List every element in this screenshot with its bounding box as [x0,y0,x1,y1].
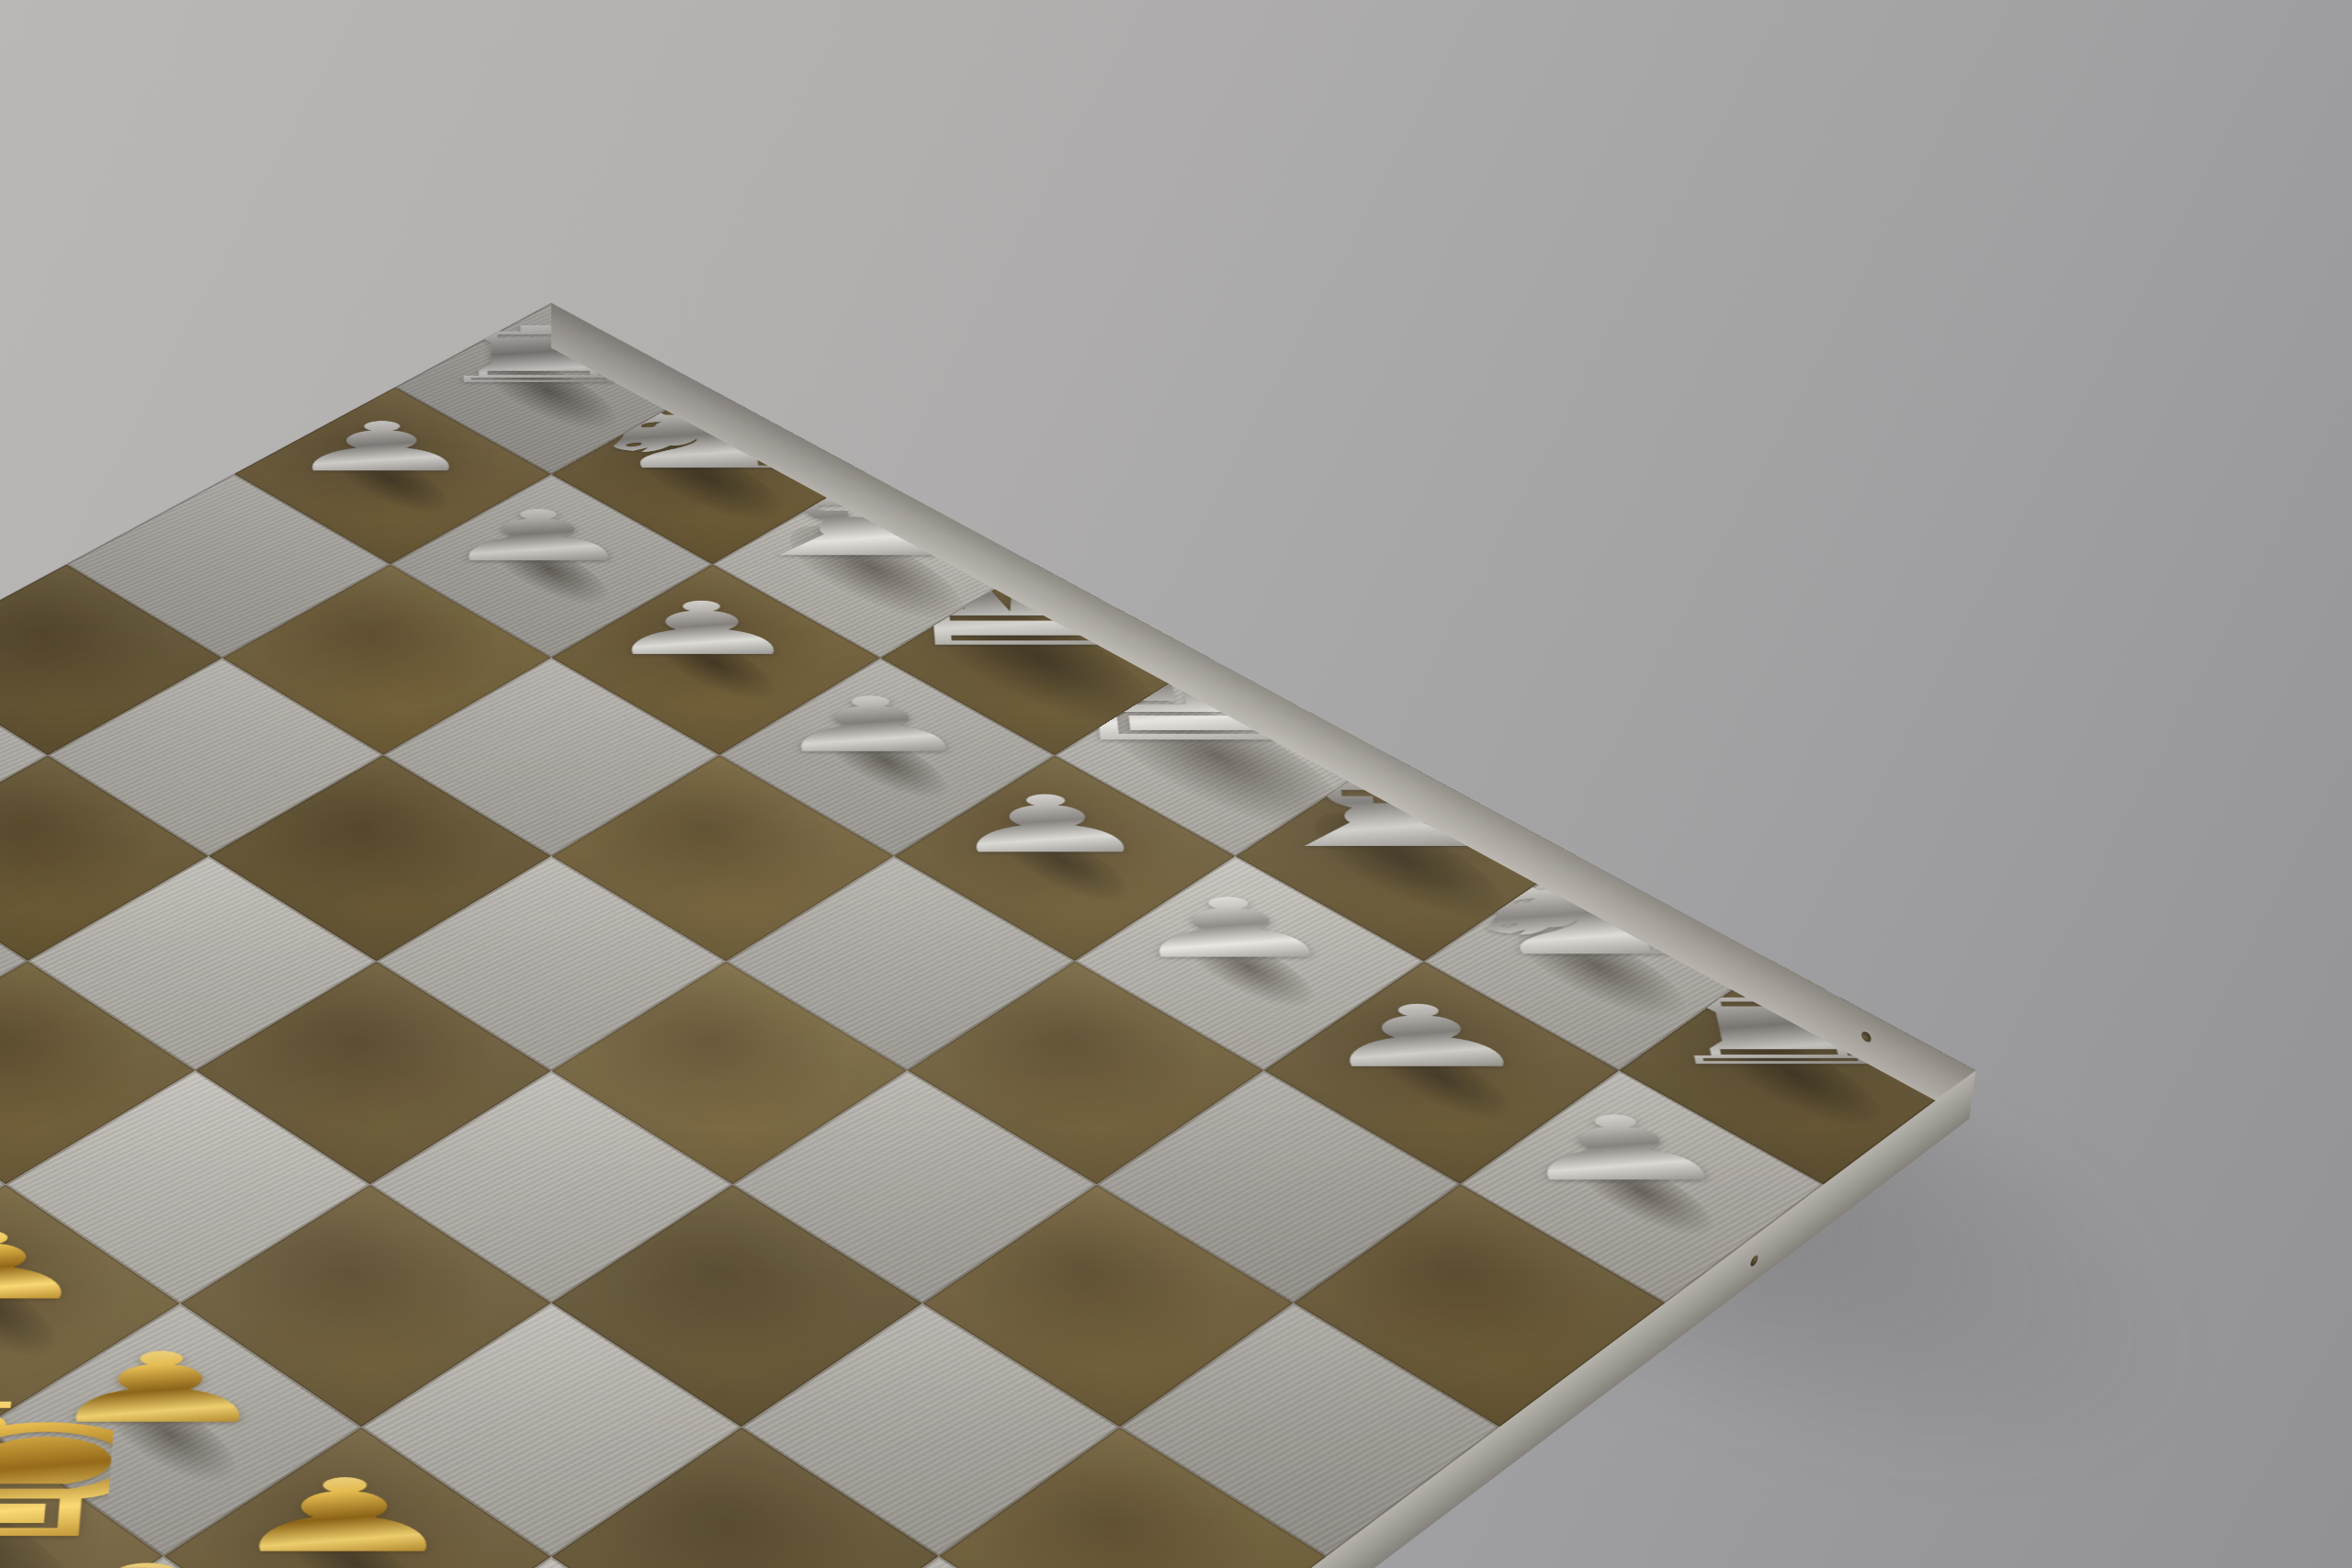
rook-icon: ♜ [419,316,658,394]
pawn-icon: ♟ [1497,1104,1747,1193]
bishop-icon: ♝ [0,1545,336,1568]
pawn-icon: ♟ [763,687,983,763]
pawn-icon: ♟ [935,785,1162,864]
king-icon: ♚ [0,1371,210,1566]
square-f7[interactable]: ♟ [1075,856,1424,1070]
pawn-icon: ♟ [1114,887,1349,969]
pawn-icon: ♟ [277,413,483,481]
screw-hole-icon [1750,1254,1758,1269]
piece-gold-pawn-c2[interactable]: ♟ [0,1104,78,1193]
piece-silver-rook-a8[interactable]: ♜ [314,316,763,394]
photo-stage: ♜♞♝♛♚♝♞♜♟♟♟♟♟♟♟♟♟♟♟♟♟♟♟♟♜♞♝♛♚♝♞♜ [0,0,2352,1568]
pawn-icon: ♟ [596,592,809,666]
piece-silver-pawn-a7[interactable]: ♟ [151,413,608,481]
square-f1[interactable]: ♝ [0,1556,353,1568]
chessboard: ♜♞♝♛♚♝♞♜♟♟♟♟♟♟♟♟♟♟♟♟♟♟♟♟♜♞♝♛♚♝♞♜ [0,303,1976,1568]
piece-gold-bishop-f1[interactable]: ♝ [0,1545,427,1568]
pawn-icon: ♟ [1302,994,1544,1079]
pawn-icon: ♟ [434,501,642,571]
